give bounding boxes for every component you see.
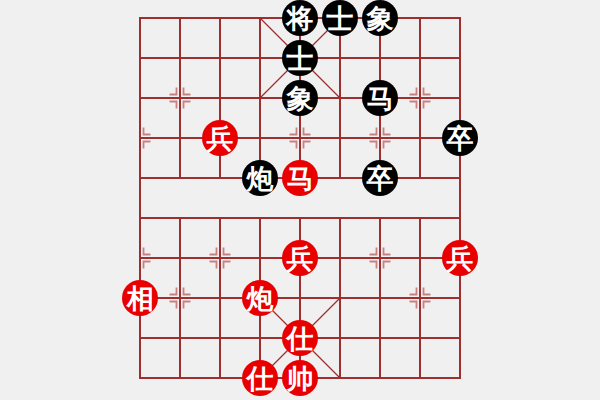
- piece-black-soldier[interactable]: 卒: [362, 160, 398, 196]
- piece-red-horse[interactable]: 马: [282, 160, 318, 196]
- xiangqi-piece-grid: 将士象士象马兵卒炮马卒兵兵相炮仕仕帅: [120, 0, 480, 398]
- piece-black-horse[interactable]: 马: [362, 80, 398, 116]
- piece-black-general[interactable]: 将: [282, 0, 318, 36]
- piece-black-soldier[interactable]: 卒: [442, 120, 478, 156]
- piece-red-soldier[interactable]: 兵: [282, 240, 318, 276]
- piece-black-elephant[interactable]: 象: [362, 0, 398, 36]
- piece-black-advisor[interactable]: 士: [322, 0, 358, 36]
- piece-red-advisor[interactable]: 仕: [282, 320, 318, 356]
- piece-black-advisor[interactable]: 士: [282, 40, 318, 76]
- xiangqi-board-screen: 将士象士象马兵卒炮马卒兵兵相炮仕仕帅: [0, 0, 600, 400]
- piece-black-elephant[interactable]: 象: [282, 80, 318, 116]
- piece-red-advisor[interactable]: 仕: [242, 360, 278, 396]
- piece-red-soldier[interactable]: 兵: [442, 240, 478, 276]
- piece-red-general[interactable]: 帅: [282, 360, 318, 396]
- piece-red-cannon[interactable]: 炮: [242, 280, 278, 316]
- piece-red-elephant[interactable]: 相: [122, 280, 158, 316]
- piece-black-cannon[interactable]: 炮: [242, 160, 278, 196]
- piece-red-soldier[interactable]: 兵: [202, 120, 238, 156]
